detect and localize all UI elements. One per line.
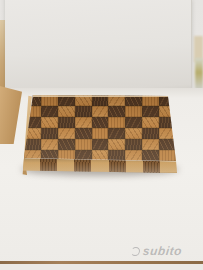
board-square (125, 95, 142, 106)
board-square (125, 139, 142, 150)
board-square (24, 139, 41, 150)
board-square (41, 106, 58, 117)
watermark: subito (130, 243, 198, 259)
board-square (159, 139, 176, 150)
board-square (125, 150, 142, 161)
board-grid (24, 95, 176, 161)
board-square (108, 106, 125, 117)
board-top-face (24, 95, 176, 161)
board-square (142, 106, 159, 117)
board-square (92, 95, 109, 106)
board-square (41, 139, 58, 150)
board-square (142, 150, 159, 161)
board-square (75, 150, 92, 161)
board-square (75, 128, 92, 139)
board-square (41, 95, 58, 106)
board-square (142, 117, 159, 128)
board-square (92, 139, 109, 150)
board-square (159, 117, 176, 128)
board-square (92, 106, 109, 117)
board-square (142, 139, 159, 150)
board-square (24, 106, 41, 117)
board-square (125, 117, 142, 128)
subito-logo-icon (131, 247, 141, 256)
board-square (108, 128, 125, 139)
board-square (125, 106, 142, 117)
board-square (75, 117, 92, 128)
board-square (92, 128, 109, 139)
board-square (58, 139, 75, 150)
board-square (125, 128, 142, 139)
board-square (92, 150, 109, 161)
board-square (108, 139, 125, 150)
board-square (142, 95, 159, 106)
listing-photo: subito (0, 0, 203, 270)
board-square (75, 139, 92, 150)
background-object-green (195, 58, 203, 90)
board-square (159, 128, 176, 139)
white-backdrop-panel (5, 0, 192, 94)
board-square (159, 150, 176, 161)
board-square (58, 106, 75, 117)
board-square (41, 128, 58, 139)
board-square (24, 95, 41, 106)
board-square (108, 95, 125, 106)
board-square (142, 128, 159, 139)
watermark-text: subito (142, 245, 182, 257)
cutting-board (19, 93, 181, 183)
board-square (58, 95, 75, 106)
board-square (108, 150, 125, 161)
board-square (92, 117, 109, 128)
below-shelf-area (0, 264, 203, 270)
board-square (75, 95, 92, 106)
board-square (41, 117, 58, 128)
board-square (159, 106, 176, 117)
board-square (58, 128, 75, 139)
board-square (108, 117, 125, 128)
board-square (58, 117, 75, 128)
board-square (159, 95, 176, 106)
board-square (75, 106, 92, 117)
